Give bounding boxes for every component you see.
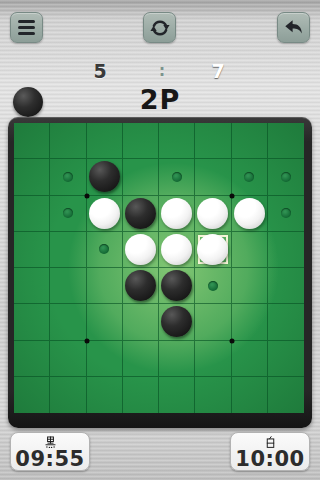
board-cell-e8[interactable] <box>159 377 195 413</box>
white-stone <box>125 234 156 265</box>
board-cell-d3[interactable] <box>123 196 159 232</box>
menu-button[interactable] <box>10 12 43 43</box>
board-cell-a3[interactable] <box>14 196 50 232</box>
score-white: 7 <box>203 60 233 82</box>
board-cell-f2[interactable] <box>195 159 231 195</box>
board-cell-e2[interactable] <box>159 159 195 195</box>
black-stone <box>125 198 156 229</box>
refresh-icon <box>149 17 171 39</box>
board-cell-d7[interactable] <box>123 341 159 377</box>
board-cell-e1[interactable] <box>159 123 195 159</box>
board-cell-c7[interactable] <box>87 341 123 377</box>
white-timer: 10:00 <box>230 432 310 471</box>
board-grid <box>14 123 304 413</box>
legal-move-dot <box>244 172 254 182</box>
white-stone <box>89 198 120 229</box>
board-cell-c6[interactable] <box>87 304 123 340</box>
board-cell-f1[interactable] <box>195 123 231 159</box>
board-cell-d6[interactable] <box>123 304 159 340</box>
legal-move-dot <box>281 172 291 182</box>
board-cell-f3[interactable] <box>195 196 231 232</box>
board-cell-h2[interactable] <box>268 159 304 195</box>
board-cell-b1[interactable] <box>50 123 86 159</box>
board-cell-c4[interactable] <box>87 232 123 268</box>
star-point <box>229 193 234 198</box>
board-cell-c8[interactable] <box>87 377 123 413</box>
board-cell-d2[interactable] <box>123 159 159 195</box>
board-cell-g4[interactable] <box>232 232 268 268</box>
score-black: 5 <box>85 60 115 82</box>
othello-app-screen: 5 : 7 2P 09:55 <box>0 0 320 480</box>
board-cell-h7[interactable] <box>268 341 304 377</box>
legal-move-dot <box>208 281 218 291</box>
board-cell-g7[interactable] <box>232 341 268 377</box>
board-cell-f7[interactable] <box>195 341 231 377</box>
white-stone <box>234 198 265 229</box>
board-cell-g3[interactable] <box>232 196 268 232</box>
black-stone <box>125 270 156 301</box>
white-stone <box>161 234 192 265</box>
board-cell-g1[interactable] <box>232 123 268 159</box>
board-cell-f6[interactable] <box>195 304 231 340</box>
board-cell-c2[interactable] <box>87 159 123 195</box>
black-stone <box>89 161 120 192</box>
board-cell-e7[interactable] <box>159 341 195 377</box>
board-cell-e4[interactable] <box>159 232 195 268</box>
board-cell-h4[interactable] <box>268 232 304 268</box>
star-point <box>229 338 234 343</box>
board-cell-e3[interactable] <box>159 196 195 232</box>
legal-move-dot <box>281 208 291 218</box>
undo-arrow-icon <box>283 17 305 39</box>
board-cell-h3[interactable] <box>268 196 304 232</box>
board-cell-d1[interactable] <box>123 123 159 159</box>
board-cell-h8[interactable] <box>268 377 304 413</box>
board-cell-a6[interactable] <box>14 304 50 340</box>
board-cell-e5[interactable] <box>159 268 195 304</box>
board-cell-a8[interactable] <box>14 377 50 413</box>
board-cell-h5[interactable] <box>268 268 304 304</box>
restart-button[interactable] <box>143 12 176 43</box>
legal-move-dot <box>99 244 109 254</box>
legal-move-dot <box>172 172 182 182</box>
board-cell-g8[interactable] <box>232 377 268 413</box>
board-cell-c5[interactable] <box>87 268 123 304</box>
board-cell-b5[interactable] <box>50 268 86 304</box>
board-cell-a4[interactable] <box>14 232 50 268</box>
board-cell-a5[interactable] <box>14 268 50 304</box>
board-cell-b6[interactable] <box>50 304 86 340</box>
board-cell-c3[interactable] <box>87 196 123 232</box>
black-stone <box>161 306 192 337</box>
undo-button[interactable] <box>277 12 310 43</box>
board-cell-g2[interactable] <box>232 159 268 195</box>
mode-label: 2P <box>0 84 320 115</box>
board-cell-f5[interactable] <box>195 268 231 304</box>
board-cell-f8[interactable] <box>195 377 231 413</box>
white-stone <box>197 198 228 229</box>
board-cell-a2[interactable] <box>14 159 50 195</box>
board-cell-g6[interactable] <box>232 304 268 340</box>
white-timer-value: 10:00 <box>231 449 309 469</box>
board-frame <box>8 117 312 428</box>
board-cell-c1[interactable] <box>87 123 123 159</box>
legal-move-dot <box>63 172 73 182</box>
board-cell-b4[interactable] <box>50 232 86 268</box>
black-timer: 09:55 <box>10 432 90 471</box>
board-cell-d4[interactable] <box>123 232 159 268</box>
legal-move-dot <box>63 208 73 218</box>
white-stone <box>161 198 192 229</box>
board-cell-h6[interactable] <box>268 304 304 340</box>
black-stone <box>161 270 192 301</box>
board-cell-a1[interactable] <box>14 123 50 159</box>
board-cell-h1[interactable] <box>268 123 304 159</box>
star-point <box>84 338 89 343</box>
board-cell-b3[interactable] <box>50 196 86 232</box>
board-cell-b8[interactable] <box>50 377 86 413</box>
board-cell-f4[interactable] <box>195 232 231 268</box>
board-cell-a7[interactable] <box>14 341 50 377</box>
board-cell-d5[interactable] <box>123 268 159 304</box>
board-cell-b7[interactable] <box>50 341 86 377</box>
board-cell-g5[interactable] <box>232 268 268 304</box>
board-cell-b2[interactable] <box>50 159 86 195</box>
star-point <box>84 193 89 198</box>
board-cell-e6[interactable] <box>159 304 195 340</box>
board-cell-d8[interactable] <box>123 377 159 413</box>
score-separator: : <box>147 62 177 80</box>
hamburger-menu-icon <box>18 20 35 23</box>
black-timer-value: 09:55 <box>11 449 89 469</box>
